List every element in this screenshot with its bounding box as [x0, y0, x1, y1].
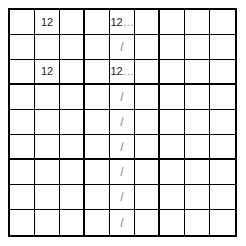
cell-r3c8[interactable]	[185, 60, 210, 85]
cell-r7c7[interactable]	[160, 160, 185, 185]
cell-r6c8[interactable]	[185, 135, 210, 160]
cell-r9c2[interactable]	[35, 210, 60, 235]
cell-r4c5[interactable]: /	[110, 85, 135, 110]
cell-r9c9[interactable]	[210, 210, 235, 235]
cell-r1c1[interactable]	[10, 10, 35, 35]
pencil-marks-ellipsis: …	[123, 17, 134, 28]
cell-r5c4[interactable]	[85, 110, 110, 135]
cell-r8c5[interactable]: /	[110, 185, 135, 210]
cell-r7c4[interactable]	[85, 160, 110, 185]
cell-r2c4[interactable]	[85, 35, 110, 60]
cell-r9c1[interactable]	[10, 210, 35, 235]
cell-r7c8[interactable]	[185, 160, 210, 185]
cell-r4c4[interactable]	[85, 85, 110, 110]
cell-r9c6[interactable]	[135, 210, 160, 235]
cell-r1c8[interactable]	[185, 10, 210, 35]
cell-r8c8[interactable]	[185, 185, 210, 210]
cell-r2c1[interactable]	[10, 35, 35, 60]
cell-r6c1[interactable]	[10, 135, 35, 160]
cell-r2c9[interactable]	[210, 35, 235, 60]
cell-r2c6[interactable]	[135, 35, 160, 60]
cell-r5c7[interactable]	[160, 110, 185, 135]
cell-r5c1[interactable]	[10, 110, 35, 135]
cell-r6c2[interactable]	[35, 135, 60, 160]
cell-r4c3[interactable]	[60, 85, 85, 110]
cell-r3c2[interactable]: 12	[35, 60, 60, 85]
cell-r1c9[interactable]	[210, 10, 235, 35]
cell-r8c2[interactable]	[35, 185, 60, 210]
cell-r3c1[interactable]	[10, 60, 35, 85]
cell-r9c3[interactable]	[60, 210, 85, 235]
cell-r4c2[interactable]	[35, 85, 60, 110]
cell-r2c3[interactable]	[60, 35, 85, 60]
cell-r6c5[interactable]: /	[110, 135, 135, 160]
cell-r1c4[interactable]	[85, 10, 110, 35]
cell-r6c6[interactable]	[135, 135, 160, 160]
cell-r9c7[interactable]	[160, 210, 185, 235]
cell-r9c5[interactable]: /	[110, 210, 135, 235]
cell-r5c8[interactable]	[185, 110, 210, 135]
cell-r3c3[interactable]	[60, 60, 85, 85]
cell-r5c6[interactable]	[135, 110, 160, 135]
cell-r7c2[interactable]	[35, 160, 60, 185]
cell-r5c9[interactable]	[210, 110, 235, 135]
sudoku-board: 1212…/1212…//////	[8, 8, 237, 237]
cell-r2c7[interactable]	[160, 35, 185, 60]
cell-r1c6[interactable]	[135, 10, 160, 35]
cell-r4c7[interactable]	[160, 85, 185, 110]
cell-r7c9[interactable]	[210, 160, 235, 185]
cell-r3c7[interactable]	[160, 60, 185, 85]
cell-r3c6[interactable]	[135, 60, 160, 85]
cell-r6c3[interactable]	[60, 135, 85, 160]
cell-r3c5[interactable]: 12…	[110, 60, 135, 85]
cell-r5c5[interactable]: /	[110, 110, 135, 135]
cell-r1c7[interactable]	[160, 10, 185, 35]
cell-r3c9[interactable]	[210, 60, 235, 85]
cell-r4c8[interactable]	[185, 85, 210, 110]
cell-r8c3[interactable]	[60, 185, 85, 210]
cell-r5c2[interactable]	[35, 110, 60, 135]
cell-r4c9[interactable]	[210, 85, 235, 110]
cell-r7c6[interactable]	[135, 160, 160, 185]
cell-r6c7[interactable]	[160, 135, 185, 160]
cell-r2c2[interactable]	[35, 35, 60, 60]
cell-r3c4[interactable]	[85, 60, 110, 85]
cell-r1c3[interactable]	[60, 10, 85, 35]
cell-r9c4[interactable]	[85, 210, 110, 235]
cell-r6c4[interactable]	[85, 135, 110, 160]
cell-r4c1[interactable]	[10, 85, 35, 110]
cell-r8c6[interactable]	[135, 185, 160, 210]
cell-r8c1[interactable]	[10, 185, 35, 210]
pencil-marks-text: 12	[110, 66, 122, 77]
cell-r2c8[interactable]	[185, 35, 210, 60]
pencil-marks-ellipsis: …	[123, 66, 134, 77]
pencil-marks-text: 12	[110, 17, 122, 28]
cell-r1c2[interactable]: 12	[35, 10, 60, 35]
cell-r7c5[interactable]: /	[110, 160, 135, 185]
cell-r4c6[interactable]	[135, 85, 160, 110]
cell-r6c9[interactable]	[210, 135, 235, 160]
cell-r8c7[interactable]	[160, 185, 185, 210]
cell-r7c3[interactable]	[60, 160, 85, 185]
cell-r9c8[interactable]	[185, 210, 210, 235]
cell-r2c5[interactable]: /	[110, 35, 135, 60]
cell-r1c5[interactable]: 12…	[110, 10, 135, 35]
cell-r7c1[interactable]	[10, 160, 35, 185]
cell-r5c3[interactable]	[60, 110, 85, 135]
cell-r8c9[interactable]	[210, 185, 235, 210]
cell-r8c4[interactable]	[85, 185, 110, 210]
page: 1212…/1212…//////	[0, 0, 246, 246]
